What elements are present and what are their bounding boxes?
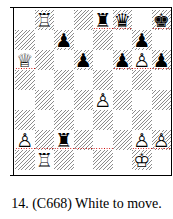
board-frame-bottom — [10, 175, 172, 176]
spellcheck-squiggle — [15, 67, 35, 70]
spellcheck-squiggle — [152, 27, 172, 30]
square-g3 — [132, 110, 152, 130]
square-c7: ♟♟ — [54, 30, 74, 50]
square-f5 — [113, 70, 133, 90]
square-b8: ♜♖ — [35, 10, 55, 30]
square-a8 — [15, 10, 35, 30]
square-c5 — [54, 70, 74, 90]
square-b7 — [35, 30, 55, 50]
square-c4 — [54, 90, 74, 110]
square-g8 — [132, 10, 152, 30]
square-f3 — [113, 110, 133, 130]
square-f1 — [113, 150, 133, 170]
square-d3 — [74, 110, 94, 130]
black-pawn: ♟ — [74, 50, 94, 70]
square-d4 — [74, 90, 94, 110]
square-c6 — [54, 50, 74, 70]
square-h4 — [152, 90, 172, 110]
spellcheck-squiggle — [15, 147, 113, 150]
square-d6: ♟♟ — [74, 50, 94, 70]
square-b1: ♜♖ — [35, 150, 55, 170]
square-a7 — [15, 30, 35, 50]
square-h1 — [152, 150, 172, 170]
white-king: ♔ — [132, 150, 152, 170]
square-h3 — [152, 110, 172, 130]
white-rook: ♖ — [35, 10, 55, 30]
diagram-caption: 14. (C668) White to move. — [0, 196, 173, 212]
square-c1 — [54, 150, 74, 170]
square-b4 — [35, 90, 55, 110]
square-h7 — [152, 30, 172, 50]
black-pawn: ♟ — [54, 30, 74, 50]
square-g4 — [132, 90, 152, 110]
square-d7 — [74, 30, 94, 50]
board-frame-right — [171, 7, 172, 176]
square-f4 — [113, 90, 133, 110]
square-b3 — [35, 110, 55, 130]
spellcheck-squiggle — [132, 147, 171, 150]
board-frame-top — [10, 7, 172, 8]
white-pawn: ♙ — [93, 90, 113, 110]
black-pawn: ♟ — [132, 30, 152, 50]
square-g7: ♟♟ — [132, 30, 152, 50]
square-d1 — [74, 150, 94, 170]
square-e3 — [93, 110, 113, 130]
spellcheck-squiggle — [113, 67, 172, 70]
square-a5 — [15, 70, 35, 90]
white-rook: ♖ — [35, 150, 55, 170]
square-e5 — [93, 70, 113, 90]
square-f2 — [113, 130, 133, 150]
square-d5 — [74, 70, 94, 90]
square-g1: ♚♔ — [132, 150, 152, 170]
square-b5 — [35, 70, 55, 90]
square-g5 — [132, 70, 152, 90]
square-e6 — [93, 50, 113, 70]
square-e1 — [93, 150, 113, 170]
chess-board: ♜♖♜♜♛♛♚♚♟♟♟♟♛♕♟♟♟♟♟♙♟♟♟♙♟♙♜♜♟♙♟♙♜♖♚♔ — [15, 10, 171, 170]
square-e7 — [93, 30, 113, 50]
square-c8 — [54, 10, 74, 30]
square-a3 — [15, 110, 35, 130]
square-f7 — [113, 30, 133, 50]
board-frame-left — [13, 7, 14, 176]
square-c3 — [54, 110, 74, 130]
square-b6 — [35, 50, 55, 70]
square-e4: ♟♙ — [93, 90, 113, 110]
square-h5 — [152, 70, 172, 90]
square-a1 — [15, 150, 35, 170]
square-a4 — [15, 90, 35, 110]
chess-diagram: ♜♖♜♜♛♛♚♚♟♟♟♟♛♕♟♟♟♟♟♙♟♟♟♙♟♙♜♜♟♙♟♙♜♖♚♔ 14.… — [0, 0, 173, 219]
square-d8 — [74, 10, 94, 30]
spellcheck-squiggle — [93, 27, 132, 30]
